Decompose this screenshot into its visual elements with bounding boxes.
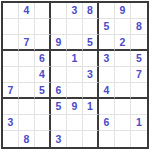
cell-r2c9[interactable]: 8 xyxy=(131,19,147,35)
cell-r9c8[interactable] xyxy=(115,131,131,147)
cell-r4c4[interactable] xyxy=(51,51,67,67)
cell-r1c7[interactable] xyxy=(99,3,115,19)
cell-r7c5[interactable]: 9 xyxy=(67,99,83,115)
cell-r9c5[interactable] xyxy=(67,131,83,147)
cell-r8c5[interactable] xyxy=(67,115,83,131)
cell-r7c4[interactable]: 5 xyxy=(51,99,67,115)
cell-r4c1[interactable] xyxy=(3,51,19,67)
cell-r7c7[interactable] xyxy=(99,99,115,115)
cell-r8c9[interactable]: 1 xyxy=(131,115,147,131)
cell-r3c7[interactable] xyxy=(99,35,115,51)
cell-r1c8[interactable]: 9 xyxy=(115,3,131,19)
cell-r7c1[interactable] xyxy=(3,99,19,115)
cell-r5c9[interactable]: 7 xyxy=(131,67,147,83)
cell-r1c6[interactable]: 8 xyxy=(83,3,99,19)
cell-r9c7[interactable] xyxy=(99,131,115,147)
cell-r5c6[interactable]: 3 xyxy=(83,67,99,83)
cell-r7c6[interactable]: 1 xyxy=(83,99,99,115)
cell-r2c6[interactable] xyxy=(83,19,99,35)
sudoku-board: 43895879526135437756459136183 xyxy=(1,1,149,149)
cell-r7c3[interactable] xyxy=(35,99,51,115)
cell-r8c1[interactable]: 3 xyxy=(3,115,19,131)
cell-r6c6[interactable] xyxy=(83,83,99,99)
cell-r6c7[interactable]: 4 xyxy=(99,83,115,99)
cell-r3c6[interactable]: 5 xyxy=(83,35,99,51)
cell-r4c7[interactable]: 3 xyxy=(99,51,115,67)
cell-r5c4[interactable] xyxy=(51,67,67,83)
cell-r4c5[interactable]: 1 xyxy=(67,51,83,67)
cell-r1c4[interactable] xyxy=(51,3,67,19)
cell-r1c1[interactable] xyxy=(3,3,19,19)
cell-r2c7[interactable]: 5 xyxy=(99,19,115,35)
cell-r2c3[interactable] xyxy=(35,19,51,35)
cell-r2c2[interactable] xyxy=(19,19,35,35)
cell-r7c9[interactable] xyxy=(131,99,147,115)
cell-r3c4[interactable]: 9 xyxy=(51,35,67,51)
cell-r1c5[interactable]: 3 xyxy=(67,3,83,19)
cell-r1c2[interactable]: 4 xyxy=(19,3,35,19)
cell-r9c1[interactable] xyxy=(3,131,19,147)
cell-r4c6[interactable] xyxy=(83,51,99,67)
cell-r5c8[interactable] xyxy=(115,67,131,83)
cell-r2c4[interactable] xyxy=(51,19,67,35)
cell-r7c2[interactable] xyxy=(19,99,35,115)
cell-r6c4[interactable]: 6 xyxy=(51,83,67,99)
cell-r9c4[interactable]: 3 xyxy=(51,131,67,147)
cell-r9c6[interactable] xyxy=(83,131,99,147)
cell-r3c1[interactable] xyxy=(3,35,19,51)
cell-r1c3[interactable] xyxy=(35,3,51,19)
cell-r7c8[interactable] xyxy=(115,99,131,115)
cell-r8c2[interactable] xyxy=(19,115,35,131)
cell-r6c8[interactable] xyxy=(115,83,131,99)
cell-r3c2[interactable]: 7 xyxy=(19,35,35,51)
cell-r8c3[interactable] xyxy=(35,115,51,131)
cell-r5c7[interactable] xyxy=(99,67,115,83)
cell-r3c9[interactable] xyxy=(131,35,147,51)
cell-r5c2[interactable] xyxy=(19,67,35,83)
cell-r6c5[interactable] xyxy=(67,83,83,99)
cell-r6c1[interactable]: 7 xyxy=(3,83,19,99)
sudoku-board-wrap: 43895879526135437756459136183 xyxy=(0,0,150,150)
cell-r4c9[interactable]: 5 xyxy=(131,51,147,67)
cell-r5c1[interactable] xyxy=(3,67,19,83)
cell-r6c9[interactable] xyxy=(131,83,147,99)
cell-r9c9[interactable] xyxy=(131,131,147,147)
cell-r1c9[interactable] xyxy=(131,3,147,19)
cell-r9c3[interactable] xyxy=(35,131,51,147)
cell-r4c8[interactable] xyxy=(115,51,131,67)
cell-r9c2[interactable]: 8 xyxy=(19,131,35,147)
cell-r6c3[interactable]: 5 xyxy=(35,83,51,99)
cell-r5c5[interactable] xyxy=(67,67,83,83)
cell-r3c8[interactable]: 2 xyxy=(115,35,131,51)
cell-r4c3[interactable]: 6 xyxy=(35,51,51,67)
cell-r2c8[interactable] xyxy=(115,19,131,35)
cell-r5c3[interactable]: 4 xyxy=(35,67,51,83)
cell-r8c6[interactable] xyxy=(83,115,99,131)
cell-r8c4[interactable] xyxy=(51,115,67,131)
cell-r3c3[interactable] xyxy=(35,35,51,51)
cell-r3c5[interactable] xyxy=(67,35,83,51)
cell-r4c2[interactable] xyxy=(19,51,35,67)
cell-r2c5[interactable] xyxy=(67,19,83,35)
cell-r2c1[interactable] xyxy=(3,19,19,35)
cell-r8c8[interactable] xyxy=(115,115,131,131)
cell-r6c2[interactable] xyxy=(19,83,35,99)
cell-r8c7[interactable]: 6 xyxy=(99,115,115,131)
